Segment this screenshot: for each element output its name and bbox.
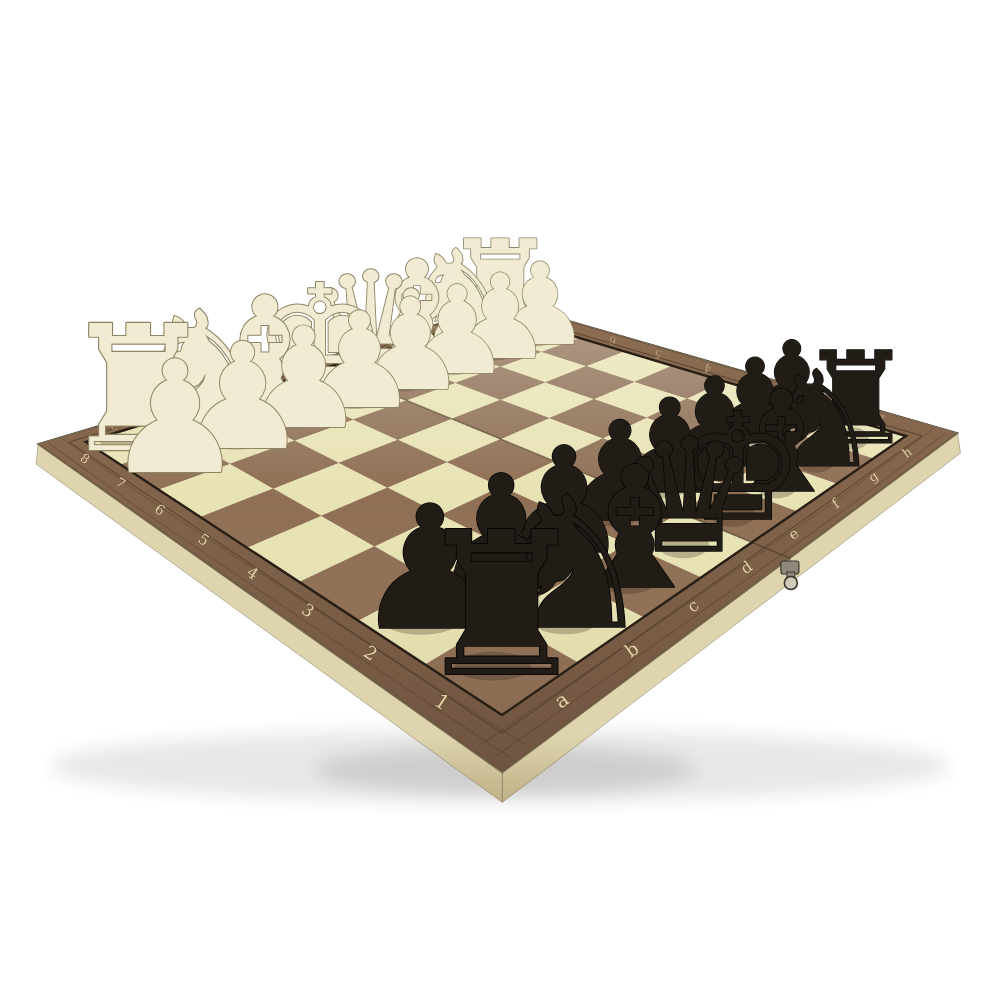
- piece-white-pawn-a7: ♟: [105, 327, 245, 509]
- chess-board-photo: Folding wooden chess set, starting posit…: [0, 0, 1000, 1000]
- clasp-hook: [784, 576, 797, 589]
- product-photo: Folding wooden chess set, starting posit…: [0, 0, 1000, 1000]
- piece-black-rook-a1: ♜: [413, 489, 591, 721]
- pieces: ♜♟♞♟♝♟♛♟♚♟♝♟♟♞♜♟♟♜♞♟♟♝♟♚♟♛♟♝♟♞♟♜: [60, 213, 913, 720]
